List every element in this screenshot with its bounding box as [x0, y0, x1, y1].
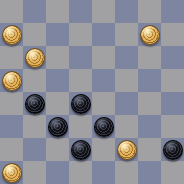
square-g6[interactable]: [138, 46, 161, 69]
square-g5[interactable]: [138, 69, 161, 92]
square-d8[interactable]: [69, 0, 92, 23]
square-a1[interactable]: [0, 161, 23, 184]
square-f1[interactable]: [115, 161, 138, 184]
square-b4[interactable]: [23, 92, 46, 115]
square-h4[interactable]: [161, 92, 184, 115]
square-f6[interactable]: [115, 46, 138, 69]
white-man-a1[interactable]: [2, 163, 22, 183]
black-man-d4[interactable]: [71, 94, 91, 114]
black-man-d2[interactable]: [71, 140, 91, 160]
checkers-board: [0, 0, 184, 184]
black-man-e3[interactable]: [94, 117, 114, 137]
square-d7[interactable]: [69, 23, 92, 46]
square-f3[interactable]: [115, 115, 138, 138]
white-man-b6[interactable]: [25, 48, 45, 68]
square-c8[interactable]: [46, 0, 69, 23]
square-c6[interactable]: [46, 46, 69, 69]
square-d6[interactable]: [69, 46, 92, 69]
square-f4[interactable]: [115, 92, 138, 115]
square-a2[interactable]: [0, 138, 23, 161]
square-c5[interactable]: [46, 69, 69, 92]
square-f5[interactable]: [115, 69, 138, 92]
square-g8[interactable]: [138, 0, 161, 23]
white-man-f2[interactable]: [117, 140, 137, 160]
square-h6[interactable]: [161, 46, 184, 69]
square-h1[interactable]: [161, 161, 184, 184]
square-a7[interactable]: [0, 23, 23, 46]
square-h5[interactable]: [161, 69, 184, 92]
square-e6[interactable]: [92, 46, 115, 69]
square-b7[interactable]: [23, 23, 46, 46]
square-c2[interactable]: [46, 138, 69, 161]
square-f2[interactable]: [115, 138, 138, 161]
square-a6[interactable]: [0, 46, 23, 69]
square-e7[interactable]: [92, 23, 115, 46]
square-h7[interactable]: [161, 23, 184, 46]
square-d2[interactable]: [69, 138, 92, 161]
square-d4[interactable]: [69, 92, 92, 115]
square-c7[interactable]: [46, 23, 69, 46]
square-h8[interactable]: [161, 0, 184, 23]
square-c1[interactable]: [46, 161, 69, 184]
square-h3[interactable]: [161, 115, 184, 138]
square-a5[interactable]: [0, 69, 23, 92]
square-g2[interactable]: [138, 138, 161, 161]
square-g3[interactable]: [138, 115, 161, 138]
square-d1[interactable]: [69, 161, 92, 184]
square-d5[interactable]: [69, 69, 92, 92]
square-b1[interactable]: [23, 161, 46, 184]
square-h2[interactable]: [161, 138, 184, 161]
square-a8[interactable]: [0, 0, 23, 23]
square-f8[interactable]: [115, 0, 138, 23]
square-b3[interactable]: [23, 115, 46, 138]
square-a3[interactable]: [0, 115, 23, 138]
square-b2[interactable]: [23, 138, 46, 161]
square-e8[interactable]: [92, 0, 115, 23]
square-e1[interactable]: [92, 161, 115, 184]
square-g1[interactable]: [138, 161, 161, 184]
square-b6[interactable]: [23, 46, 46, 69]
square-g7[interactable]: [138, 23, 161, 46]
square-e2[interactable]: [92, 138, 115, 161]
square-b5[interactable]: [23, 69, 46, 92]
black-man-b4[interactable]: [25, 94, 45, 114]
square-e5[interactable]: [92, 69, 115, 92]
square-b8[interactable]: [23, 0, 46, 23]
white-man-a5[interactable]: [2, 71, 22, 91]
black-man-h2[interactable]: [163, 140, 183, 160]
white-man-a7[interactable]: [2, 25, 22, 45]
square-e4[interactable]: [92, 92, 115, 115]
square-f7[interactable]: [115, 23, 138, 46]
square-g4[interactable]: [138, 92, 161, 115]
white-man-g7[interactable]: [140, 25, 160, 45]
square-d3[interactable]: [69, 115, 92, 138]
square-a4[interactable]: [0, 92, 23, 115]
square-c4[interactable]: [46, 92, 69, 115]
square-e3[interactable]: [92, 115, 115, 138]
black-man-c3[interactable]: [48, 117, 68, 137]
square-c3[interactable]: [46, 115, 69, 138]
